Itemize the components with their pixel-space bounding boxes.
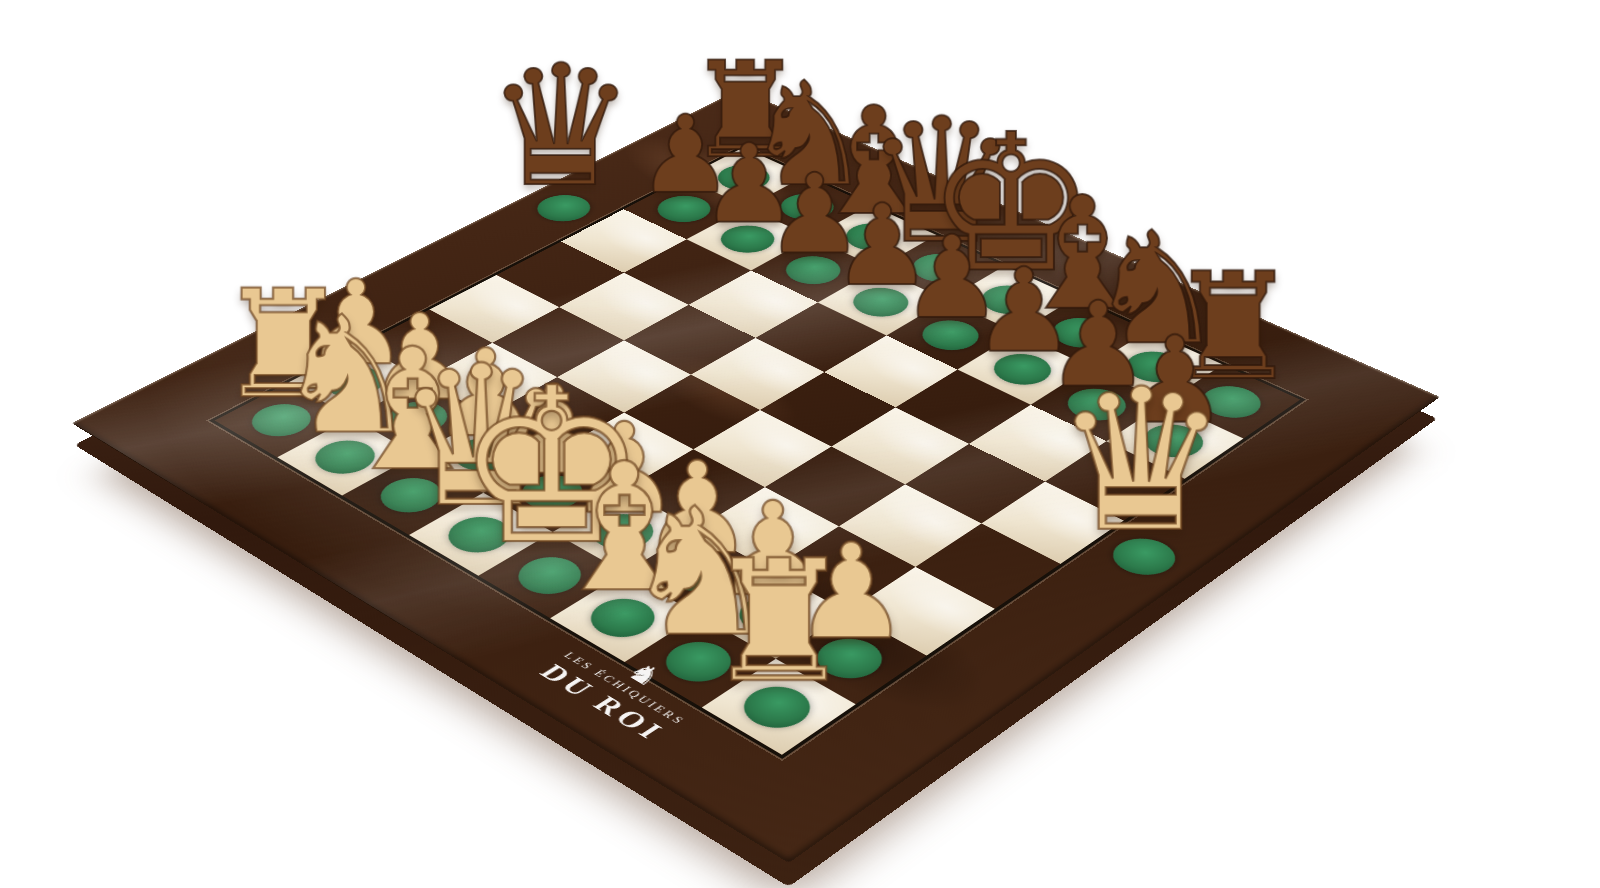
spare-black-queen[interactable]: ♛ bbox=[486, 42, 636, 209]
chess-board-scene: ♜♞♝♛♚♝♞♜♟♟♟♟♟♟♟♟♟♟♟♟♟♟♟♟♜♞♝♛♚♝♞♜ ♞ LES É… bbox=[276, 0, 1244, 888]
piece-white-rook-h1[interactable]: ♜ bbox=[704, 538, 855, 706]
board-frame: ♜♞♝♛♚♝♞♜♟♟♟♟♟♟♟♟♟♟♟♟♟♟♟♟♜♞♝♛♚♝♞♜ ♞ LES É… bbox=[72, 89, 1440, 863]
chess-board: ♜♞♝♛♚♝♞♜♟♟♟♟♟♟♟♟♟♟♟♟♟♟♟♟♜♞♝♛♚♝♞♜ ♞ LES É… bbox=[72, 89, 1440, 863]
spare-white-queen[interactable]: ♛ bbox=[1053, 362, 1229, 558]
